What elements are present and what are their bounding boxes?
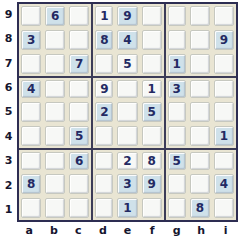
- col-label-c: c: [66, 223, 91, 238]
- cell-d9[interactable]: 1: [91, 4, 115, 28]
- given-tile: 8: [95, 30, 113, 50]
- cell-a8[interactable]: 3: [19, 28, 43, 52]
- cell-c1[interactable]: [67, 196, 91, 220]
- empty-tile: [168, 30, 186, 50]
- col-label-b: b: [42, 223, 67, 238]
- given-tile: 3: [21, 30, 41, 50]
- empty-tile: [117, 102, 137, 122]
- cell-b6[interactable]: [43, 76, 67, 100]
- col-label-h: h: [189, 223, 214, 238]
- empty-tile: [190, 102, 210, 122]
- given-tile: 1: [168, 54, 186, 74]
- empty-tile: [168, 198, 186, 218]
- cell-a9[interactable]: [19, 4, 43, 28]
- empty-tile: [142, 126, 162, 146]
- cell-d6[interactable]: 9: [91, 76, 115, 100]
- given-tile: 9: [117, 6, 137, 26]
- empty-tile: [168, 102, 186, 122]
- empty-tile: [142, 54, 162, 74]
- given-tile: 8: [190, 198, 210, 218]
- empty-tile: [21, 126, 41, 146]
- given-tile: 5: [168, 152, 186, 170]
- cell-g2[interactable]: [164, 172, 188, 196]
- cell-e8[interactable]: 4: [115, 28, 139, 52]
- row-labels: 987654321: [0, 2, 17, 222]
- row-label-9: 9: [0, 2, 17, 26]
- given-tile: 9: [214, 30, 234, 50]
- cell-b7[interactable]: [43, 52, 67, 76]
- cell-d5[interactable]: 2: [91, 100, 115, 124]
- cell-h1[interactable]: 8: [188, 196, 212, 220]
- cell-d7[interactable]: [91, 52, 115, 76]
- cell-a6[interactable]: 4: [19, 76, 43, 100]
- empty-tile: [45, 126, 65, 146]
- given-tile: 8: [21, 174, 41, 194]
- cell-f1[interactable]: [140, 196, 164, 220]
- cell-d3[interactable]: [91, 148, 115, 172]
- empty-tile: [45, 80, 65, 98]
- cell-c3[interactable]: 6: [67, 148, 91, 172]
- empty-tile: [69, 6, 89, 26]
- cell-h5[interactable]: [188, 100, 212, 124]
- cell-a3[interactable]: [19, 148, 43, 172]
- col-label-a: a: [17, 223, 42, 238]
- empty-tile: [190, 30, 210, 50]
- cell-b3[interactable]: [43, 148, 67, 172]
- cell-g5[interactable]: [164, 100, 188, 124]
- empty-tile: [190, 54, 210, 74]
- given-tile: 4: [117, 30, 137, 50]
- cell-g7[interactable]: 1: [164, 52, 188, 76]
- empty-tile: [95, 54, 113, 74]
- cell-h4[interactable]: [188, 124, 212, 148]
- empty-tile: [45, 198, 65, 218]
- cell-h8[interactable]: [188, 28, 212, 52]
- row-label-4: 4: [0, 124, 17, 148]
- empty-tile: [168, 126, 186, 146]
- cell-i2[interactable]: 4: [212, 172, 236, 196]
- empty-tile: [214, 6, 234, 26]
- empty-tile: [45, 102, 65, 122]
- cell-f6[interactable]: 1: [140, 76, 164, 100]
- empty-tile: [69, 102, 89, 122]
- cell-i4[interactable]: 1: [212, 124, 236, 148]
- cell-h7[interactable]: [188, 52, 212, 76]
- solved-tile: 9: [95, 80, 113, 98]
- empty-tile: [142, 198, 162, 218]
- cell-b4[interactable]: [43, 124, 67, 148]
- row-label-3: 3: [0, 149, 17, 173]
- empty-tile: [69, 174, 89, 194]
- empty-tile: [95, 174, 113, 194]
- cell-a2[interactable]: 8: [19, 172, 43, 196]
- cell-a7[interactable]: [19, 52, 43, 76]
- cell-f9[interactable]: [140, 4, 164, 28]
- empty-tile: [190, 126, 210, 146]
- cell-a1[interactable]: [19, 196, 43, 220]
- given-tile: 7: [69, 54, 89, 74]
- empty-tile: [21, 152, 41, 170]
- col-label-f: f: [140, 223, 165, 238]
- empty-tile: [214, 80, 234, 98]
- empty-tile: [190, 80, 210, 98]
- sudoku-board: 6193849751491325516285839418: [17, 2, 238, 222]
- row-label-5: 5: [0, 100, 17, 124]
- cell-e1[interactable]: 1: [115, 196, 139, 220]
- empty-tile: [190, 152, 210, 170]
- cell-d2[interactable]: [91, 172, 115, 196]
- cell-i8[interactable]: 9: [212, 28, 236, 52]
- cell-f4[interactable]: [140, 124, 164, 148]
- cell-g1[interactable]: [164, 196, 188, 220]
- cell-d1[interactable]: [91, 196, 115, 220]
- cell-e7[interactable]: 5: [115, 52, 139, 76]
- given-tile: 4: [214, 174, 234, 194]
- cell-i6[interactable]: [212, 76, 236, 100]
- empty-tile: [69, 80, 89, 98]
- empty-tile: [190, 6, 210, 26]
- cell-c5[interactable]: [67, 100, 91, 124]
- cell-d8[interactable]: 8: [91, 28, 115, 52]
- cell-g9[interactable]: [164, 4, 188, 28]
- cell-a5[interactable]: [19, 100, 43, 124]
- cell-e3[interactable]: 2: [115, 148, 139, 172]
- solved-tile: 1: [142, 80, 162, 98]
- empty-tile: [95, 126, 113, 146]
- given-tile: 6: [45, 6, 65, 26]
- cell-c8[interactable]: [67, 28, 91, 52]
- empty-tile: [214, 102, 234, 122]
- solved-tile: 2: [117, 152, 137, 170]
- row-label-1: 1: [0, 198, 17, 222]
- cell-h6[interactable]: [188, 76, 212, 100]
- cell-e6[interactable]: [115, 76, 139, 100]
- cell-c2[interactable]: [67, 172, 91, 196]
- empty-tile: [168, 6, 186, 26]
- cell-i1[interactable]: [212, 196, 236, 220]
- empty-tile: [214, 198, 234, 218]
- cell-c9[interactable]: [67, 4, 91, 28]
- solved-tile: 8: [142, 152, 162, 170]
- col-label-d: d: [91, 223, 116, 238]
- cell-e4[interactable]: [115, 124, 139, 148]
- empty-tile: [190, 174, 210, 194]
- cell-g8[interactable]: [164, 28, 188, 52]
- col-label-g: g: [164, 223, 189, 238]
- cell-g4[interactable]: [164, 124, 188, 148]
- column-labels: abcdefghi: [17, 223, 238, 238]
- cell-a4[interactable]: [19, 124, 43, 148]
- empty-tile: [69, 30, 89, 50]
- given-tile: 1: [214, 126, 234, 146]
- cell-h9[interactable]: [188, 4, 212, 28]
- cell-i5[interactable]: [212, 100, 236, 124]
- row-label-2: 2: [0, 173, 17, 197]
- cell-i3[interactable]: [212, 148, 236, 172]
- given-tile: 9: [142, 174, 162, 194]
- empty-tile: [214, 152, 234, 170]
- given-tile: 3: [117, 174, 137, 194]
- solved-tile: 1: [95, 6, 113, 26]
- cell-c4[interactable]: 5: [67, 124, 91, 148]
- cell-b8[interactable]: [43, 28, 67, 52]
- row-label-8: 8: [0, 26, 17, 50]
- empty-tile: [45, 152, 65, 170]
- empty-tile: [95, 198, 113, 218]
- empty-tile: [45, 30, 65, 50]
- cell-e9[interactable]: 9: [115, 4, 139, 28]
- given-tile: 6: [69, 152, 89, 170]
- cell-i7[interactable]: [212, 52, 236, 76]
- cell-c6[interactable]: [67, 76, 91, 100]
- given-tile: 5: [142, 102, 162, 122]
- cell-b5[interactable]: [43, 100, 67, 124]
- empty-tile: [95, 152, 113, 170]
- cell-b2[interactable]: [43, 172, 67, 196]
- given-tile: 2: [95, 102, 113, 122]
- empty-tile: [69, 198, 89, 218]
- given-tile: 4: [21, 80, 41, 98]
- cell-f7[interactable]: [140, 52, 164, 76]
- cell-g3[interactable]: 5: [164, 148, 188, 172]
- cell-i9[interactable]: [212, 4, 236, 28]
- empty-tile: [117, 80, 137, 98]
- solved-tile: 5: [117, 54, 137, 74]
- empty-tile: [21, 6, 41, 26]
- cell-f3[interactable]: 8: [140, 148, 164, 172]
- cell-h3[interactable]: [188, 148, 212, 172]
- empty-tile: [45, 174, 65, 194]
- empty-tile: [21, 198, 41, 218]
- empty-tile: [21, 54, 41, 74]
- row-label-7: 7: [0, 51, 17, 75]
- col-label-i: i: [213, 223, 238, 238]
- cell-b9[interactable]: 6: [43, 4, 67, 28]
- given-tile: 3: [168, 80, 186, 98]
- row-label-6: 6: [0, 75, 17, 99]
- cell-c7[interactable]: 7: [67, 52, 91, 76]
- cell-f2[interactable]: 9: [140, 172, 164, 196]
- given-tile: 1: [117, 198, 137, 218]
- empty-tile: [142, 6, 162, 26]
- empty-tile: [142, 30, 162, 50]
- cell-h2[interactable]: [188, 172, 212, 196]
- cell-f5[interactable]: 5: [140, 100, 164, 124]
- empty-tile: [21, 102, 41, 122]
- given-tile: 5: [69, 126, 89, 146]
- empty-tile: [168, 174, 186, 194]
- empty-tile: [214, 54, 234, 74]
- cell-b1[interactable]: [43, 196, 67, 220]
- cell-d4[interactable]: [91, 124, 115, 148]
- cell-f8[interactable]: [140, 28, 164, 52]
- col-label-e: e: [115, 223, 140, 238]
- cell-e2[interactable]: 3: [115, 172, 139, 196]
- cell-g6[interactable]: 3: [164, 76, 188, 100]
- cell-e5[interactable]: [115, 100, 139, 124]
- empty-tile: [45, 54, 65, 74]
- empty-tile: [117, 126, 137, 146]
